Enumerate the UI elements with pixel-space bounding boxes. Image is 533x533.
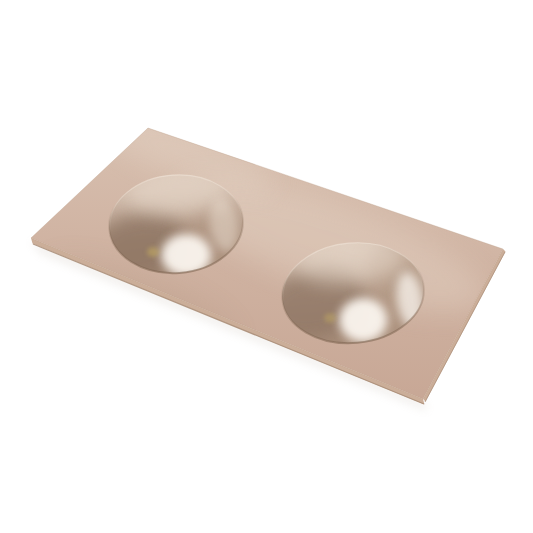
dome-left-gold-fleck [147,247,159,257]
metal-plate-illustration [0,0,533,533]
dome-right-specular-highlight [339,298,387,342]
dome-right-gold-fleck [324,313,336,323]
product-photo [0,0,533,533]
